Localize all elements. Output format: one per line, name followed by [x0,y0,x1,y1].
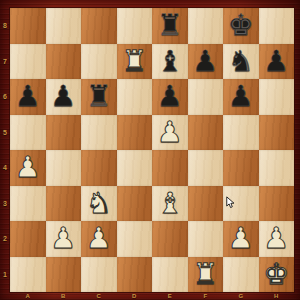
rank-label-4: 4 [0,150,10,186]
file-label-h: H [259,292,295,300]
piece-white-bishop[interactable]: ♝ [157,186,183,222]
square-f1[interactable]: ♜ [188,257,224,293]
square-b1[interactable] [46,257,82,293]
file-label-g: G [223,292,259,300]
piece-white-pawn[interactable]: ♟ [263,221,289,257]
square-b5[interactable] [46,115,82,151]
square-c5[interactable] [81,115,117,151]
square-h4[interactable] [259,150,295,186]
file-label-f: F [188,292,224,300]
square-d3[interactable] [117,186,153,222]
square-a7[interactable] [10,44,46,80]
square-g1[interactable] [223,257,259,293]
square-c1[interactable] [81,257,117,293]
square-b8[interactable] [46,8,82,44]
piece-black-bishop[interactable]: ♝ [157,44,183,80]
square-e1[interactable] [152,257,188,293]
piece-black-pawn[interactable]: ♟ [263,44,289,80]
piece-black-pawn[interactable]: ♟ [15,79,41,115]
rank-label-5: 5 [0,115,10,151]
square-e2[interactable] [152,221,188,257]
square-g6[interactable]: ♟ [223,79,259,115]
piece-black-rook[interactable]: ♜ [86,79,112,115]
square-f8[interactable] [188,8,224,44]
square-a8[interactable] [10,8,46,44]
square-e7[interactable]: ♝ [152,44,188,80]
square-f6[interactable] [188,79,224,115]
square-h3[interactable] [259,186,295,222]
square-d5[interactable] [117,115,153,151]
square-h5[interactable] [259,115,295,151]
square-h7[interactable]: ♟ [259,44,295,80]
square-c8[interactable] [81,8,117,44]
piece-white-rook[interactable]: ♜ [121,44,147,80]
piece-white-rook[interactable]: ♜ [192,257,218,293]
rank-label-6: 6 [0,79,10,115]
square-e8[interactable]: ♜ [152,8,188,44]
piece-white-pawn[interactable]: ♟ [15,150,41,186]
piece-white-pawn[interactable]: ♟ [50,221,76,257]
square-c7[interactable] [81,44,117,80]
square-b7[interactable] [46,44,82,80]
square-e5[interactable]: ♟ [152,115,188,151]
square-d4[interactable] [117,150,153,186]
piece-white-king[interactable]: ♚ [263,257,289,293]
file-label-e: E [152,292,188,300]
square-f4[interactable] [188,150,224,186]
square-b4[interactable] [46,150,82,186]
square-b6[interactable]: ♟ [46,79,82,115]
file-label-a: A [10,292,46,300]
square-c6[interactable]: ♜ [81,79,117,115]
piece-black-king[interactable]: ♚ [228,8,254,44]
rank-label-2: 2 [0,221,10,257]
square-c3[interactable]: ♞ [81,186,117,222]
square-a5[interactable] [10,115,46,151]
square-g7[interactable]: ♞ [223,44,259,80]
square-d2[interactable] [117,221,153,257]
square-g5[interactable] [223,115,259,151]
piece-black-pawn[interactable]: ♟ [192,44,218,80]
piece-white-pawn[interactable]: ♟ [157,115,183,151]
piece-black-pawn[interactable]: ♟ [228,79,254,115]
piece-white-pawn[interactable]: ♟ [86,221,112,257]
square-c2[interactable]: ♟ [81,221,117,257]
square-e6[interactable]: ♟ [152,79,188,115]
square-h8[interactable] [259,8,295,44]
square-a3[interactable] [10,186,46,222]
piece-black-knight[interactable]: ♞ [228,44,254,80]
chess-board[interactable]: ♜♚♜♝♟♞♟♟♟♜♟♟♟♟♞♝♟♟♟♟♜♚ [10,8,294,292]
square-d8[interactable] [117,8,153,44]
piece-black-pawn[interactable]: ♟ [157,79,183,115]
piece-black-pawn[interactable]: ♟ [50,79,76,115]
file-label-c: C [81,292,117,300]
square-g4[interactable] [223,150,259,186]
board-frame: ♜♚♜♝♟♞♟♟♟♜♟♟♟♟♞♝♟♟♟♟♜♚ 87654321ABCDEFGH [0,0,300,300]
square-b2[interactable]: ♟ [46,221,82,257]
square-d6[interactable] [117,79,153,115]
rank-label-7: 7 [0,44,10,80]
rank-label-1: 1 [0,257,10,293]
rank-label-3: 3 [0,186,10,222]
rank-label-8: 8 [0,8,10,44]
piece-white-knight[interactable]: ♞ [86,186,112,222]
file-label-b: B [46,292,82,300]
square-g2[interactable]: ♟ [223,221,259,257]
square-h2[interactable]: ♟ [259,221,295,257]
square-h1[interactable]: ♚ [259,257,295,293]
mouse-cursor-icon [226,195,235,213]
square-d7[interactable]: ♜ [117,44,153,80]
square-f2[interactable] [188,221,224,257]
square-h6[interactable] [259,79,295,115]
file-label-d: D [117,292,153,300]
square-e3[interactable]: ♝ [152,186,188,222]
square-a1[interactable] [10,257,46,293]
piece-black-rook[interactable]: ♜ [157,8,183,44]
square-d1[interactable] [117,257,153,293]
square-c4[interactable] [81,150,117,186]
square-e4[interactable] [152,150,188,186]
square-f3[interactable] [188,186,224,222]
square-a2[interactable] [10,221,46,257]
square-f5[interactable] [188,115,224,151]
piece-white-pawn[interactable]: ♟ [228,221,254,257]
square-g8[interactable]: ♚ [223,8,259,44]
square-f7[interactable]: ♟ [188,44,224,80]
square-b3[interactable] [46,186,82,222]
square-a6[interactable]: ♟ [10,79,46,115]
square-a4[interactable]: ♟ [10,150,46,186]
